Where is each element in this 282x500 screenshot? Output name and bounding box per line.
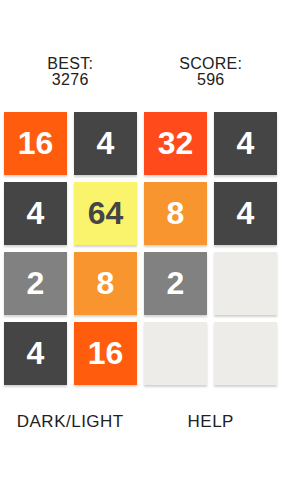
tile-2: 2: [4, 252, 67, 315]
help-button[interactable]: HELP: [141, 413, 282, 430]
footer-bar: DARK/LIGHT HELP: [0, 413, 281, 430]
best-score-block: BEST: 3276: [0, 56, 141, 88]
tile-4: 4: [214, 112, 277, 175]
tile-4: 4: [4, 182, 67, 245]
best-label: BEST:: [0, 56, 141, 72]
tile-16: 16: [74, 322, 137, 385]
tile-2: 2: [144, 252, 207, 315]
tile-4: 4: [214, 182, 277, 245]
empty-cell: [214, 252, 277, 315]
score-label: SCORE:: [141, 56, 282, 72]
tile-16: 16: [4, 112, 67, 175]
current-score-block: SCORE: 596: [141, 56, 282, 88]
tile-4: 4: [4, 322, 67, 385]
tile-32: 32: [144, 112, 207, 175]
empty-cell: [214, 322, 277, 385]
tile-4: 4: [74, 112, 137, 175]
best-value: 3276: [0, 72, 141, 88]
tile-8: 8: [74, 252, 137, 315]
score-value: 596: [141, 72, 282, 88]
tile-8: 8: [144, 182, 207, 245]
scoreboard: BEST: 3276 SCORE: 596: [0, 56, 281, 88]
empty-cell: [144, 322, 207, 385]
board-grid[interactable]: 16432446484282416: [4, 112, 277, 385]
dark-light-button[interactable]: DARK/LIGHT: [0, 413, 141, 430]
tile-64: 64: [74, 182, 137, 245]
